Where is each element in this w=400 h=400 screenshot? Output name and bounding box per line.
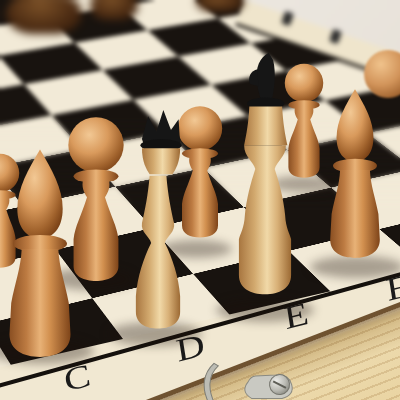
white-bishop xyxy=(0,146,88,364)
white-king xyxy=(224,44,306,312)
clasp-latch xyxy=(192,358,302,400)
white-bishop xyxy=(316,80,394,270)
file-label-c: C xyxy=(62,359,93,397)
chess-set-photo: { "game": "chess", "scene": { "descripti… xyxy=(0,0,400,400)
